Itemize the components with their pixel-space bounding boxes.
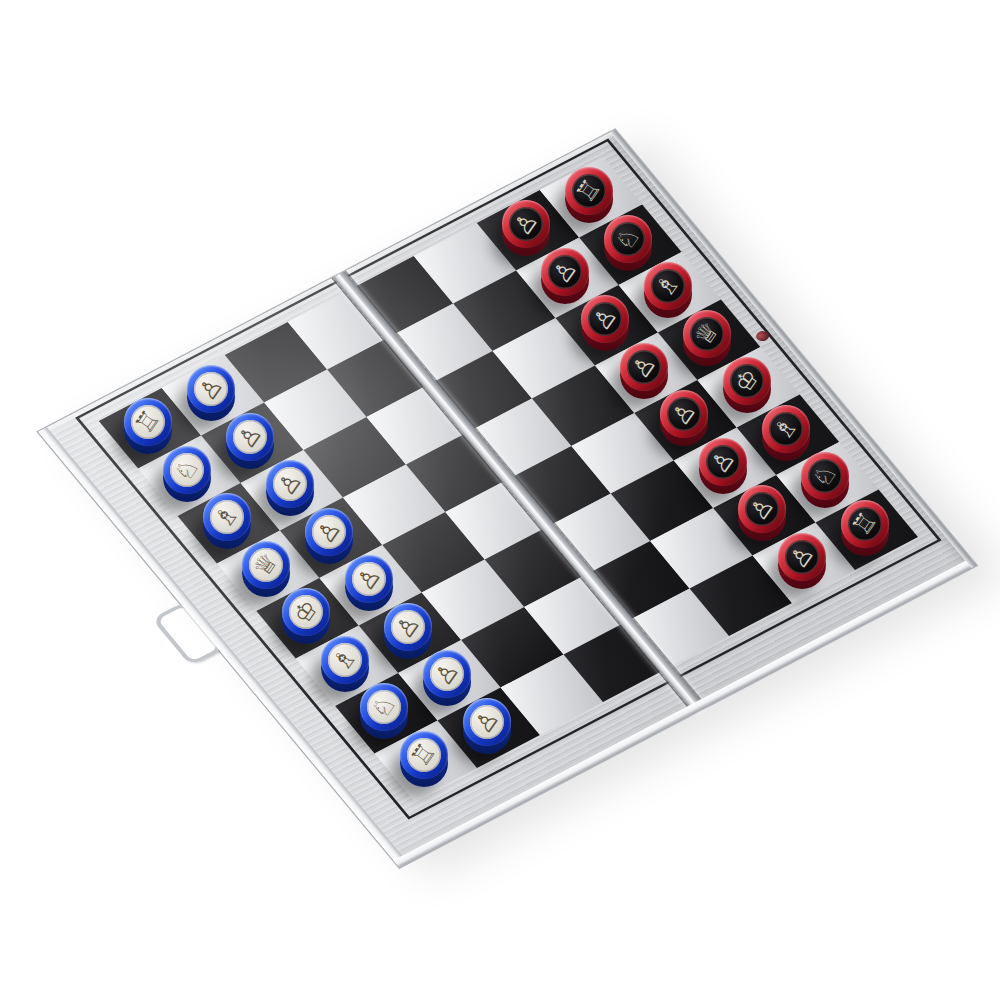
- piece-face: ♘: [170, 453, 204, 487]
- latch-clasp: [152, 601, 225, 666]
- piece-glyph: ♙: [778, 533, 825, 580]
- piece-disc-top: ♘: [604, 215, 652, 263]
- piece-disc-top: ♙: [699, 438, 747, 486]
- piece-face: ♙: [194, 372, 228, 406]
- piece-disc-top: ♗: [644, 262, 692, 310]
- piece-face: ♙: [312, 515, 346, 549]
- piece-glyph: ♗: [203, 493, 250, 540]
- piece-glyph: ♗: [644, 262, 691, 309]
- piece-disc-top: ♔: [723, 357, 771, 405]
- piece-face: ♙: [627, 350, 661, 384]
- piece-disc-top: ♖: [400, 731, 448, 779]
- piece-face: ♙: [745, 492, 779, 526]
- piece-glyph: ♙: [660, 390, 707, 437]
- piece-disc-top: ♗: [762, 405, 810, 453]
- piece-disc-top: ♗: [321, 636, 369, 684]
- piece-disc-top: ♙: [463, 698, 511, 746]
- piece-face: ♖: [848, 507, 882, 541]
- piece-face: ♙: [588, 302, 622, 336]
- piece-glyph: ♙: [463, 698, 510, 745]
- piece-glyph: ♘: [164, 446, 211, 493]
- piece-face: ♖: [572, 174, 606, 208]
- piece-glyph: ♙: [739, 485, 786, 532]
- piece-glyph: ♔: [723, 357, 770, 404]
- piece-face: ♘: [808, 459, 842, 493]
- piece-face: ♘: [367, 690, 401, 724]
- piece-glyph: ♙: [187, 365, 234, 412]
- piece-disc-top: ♖: [841, 500, 889, 548]
- piece-disc-top: ♙: [660, 390, 708, 438]
- piece-face: ♙: [430, 657, 464, 691]
- piece-glyph: ♕: [684, 310, 731, 357]
- piece-glyph: ♙: [502, 200, 549, 247]
- piece-disc-top: ♙: [778, 533, 826, 581]
- piece-disc-top: ♖: [124, 398, 172, 446]
- piece-disc-top: ♙: [620, 343, 668, 391]
- product-photo-stage: ♖ ♘ ♗ ♕ ♔: [0, 0, 1000, 1000]
- piece-face: ♔: [289, 595, 323, 629]
- piece-face: ♘: [611, 222, 645, 256]
- piece-glyph: ♔: [282, 588, 329, 635]
- piece-face: ♙: [509, 207, 543, 241]
- piece-face: ♙: [470, 705, 504, 739]
- piece-face: ♖: [131, 405, 165, 439]
- piece-glyph: ♘: [361, 683, 408, 730]
- piece-glyph: ♘: [802, 452, 849, 499]
- piece-disc-top: ♙: [541, 248, 589, 296]
- piece-glyph: ♖: [565, 167, 612, 214]
- piece-disc-top: ♙: [345, 555, 393, 603]
- piece-face: ♙: [706, 445, 740, 479]
- piece-disc-top: ♙: [305, 508, 353, 556]
- piece-disc-top: ♖: [565, 167, 613, 215]
- piece-face: ♗: [651, 269, 685, 303]
- piece-glyph: ♙: [345, 555, 392, 602]
- piece-white-P-h2[interactable]: ♙: [463, 698, 511, 754]
- piece-glyph: ♙: [424, 650, 471, 697]
- piece-glyph: ♙: [306, 508, 353, 555]
- piece-face: ♙: [548, 255, 582, 289]
- piece-face: ♙: [273, 467, 307, 501]
- piece-disc-top: ♗: [203, 493, 251, 541]
- piece-face: ♙: [785, 540, 819, 574]
- piece-disc-top: ♙: [266, 460, 314, 508]
- piece-glyph: ♙: [384, 603, 431, 650]
- piece-disc-top: ♙: [581, 295, 629, 343]
- piece-disc-top: ♕: [683, 310, 731, 358]
- piece-black-P-h7[interactable]: ♙: [778, 533, 826, 589]
- piece-face: ♙: [233, 420, 267, 454]
- piece-glyph: ♙: [542, 248, 589, 295]
- piece-glyph: ♙: [227, 413, 274, 460]
- piece-glyph: ♙: [581, 295, 628, 342]
- piece-glyph: ♕: [243, 541, 290, 588]
- piece-face: ♗: [210, 500, 244, 534]
- piece-glyph: ♘: [605, 215, 652, 262]
- piece-glyph: ♖: [124, 398, 171, 445]
- piece-face: ♖: [407, 738, 441, 772]
- piece-disc-top: ♘: [163, 446, 211, 494]
- piece-disc-top: ♙: [226, 413, 274, 461]
- piece-face: ♔: [730, 364, 764, 398]
- hinge-pin: [754, 329, 772, 343]
- piece-glyph: ♙: [699, 438, 746, 485]
- piece-glyph: ♙: [621, 343, 668, 390]
- piece-face: ♙: [352, 562, 386, 596]
- piece-glyph: ♖: [841, 500, 888, 547]
- piece-glyph: ♗: [321, 636, 368, 683]
- piece-face: ♗: [328, 643, 362, 677]
- piece-glyph: ♗: [762, 405, 809, 452]
- piece-face: ♗: [769, 412, 803, 446]
- piece-face: ♙: [667, 397, 701, 431]
- piece-white-R-h1[interactable]: ♖: [400, 731, 448, 787]
- piece-face: ♕: [249, 548, 283, 582]
- piece-disc-top: ♔: [282, 588, 330, 636]
- piece-face: ♙: [391, 610, 425, 644]
- piece-black-R-h8[interactable]: ♖: [841, 500, 889, 556]
- piece-glyph: ♖: [400, 731, 447, 778]
- piece-disc-top: ♙: [187, 365, 235, 413]
- piece-glyph: ♙: [266, 460, 313, 507]
- piece-disc-top: ♙: [502, 200, 550, 248]
- piece-face: ♕: [690, 317, 724, 351]
- piece-disc-top: ♕: [242, 541, 290, 589]
- piece-disc-top: ♙: [384, 603, 432, 651]
